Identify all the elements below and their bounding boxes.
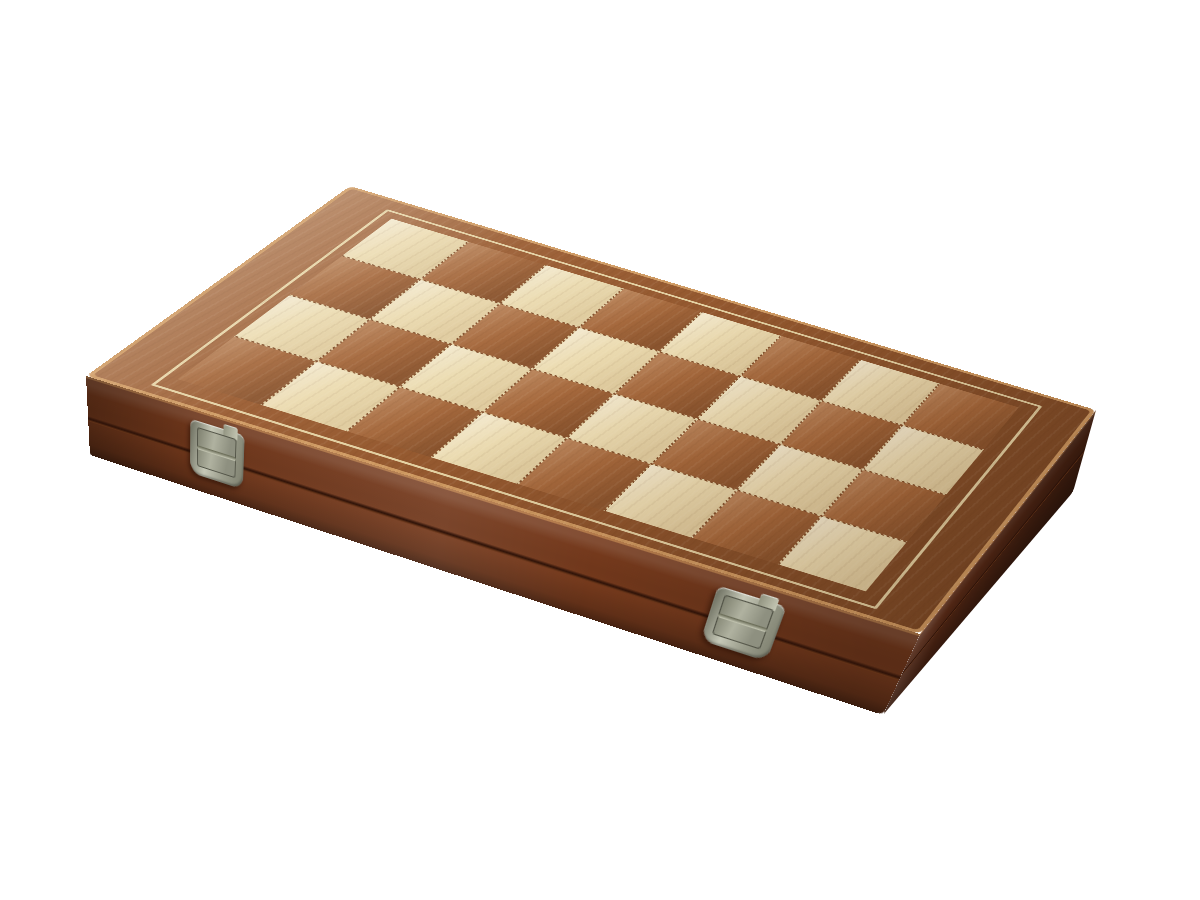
clasp-latch-right (701, 585, 787, 661)
clasp-latch-left (190, 419, 245, 490)
product-photo-scene (0, 0, 1200, 900)
